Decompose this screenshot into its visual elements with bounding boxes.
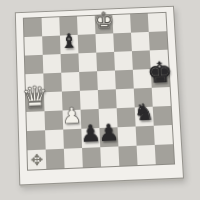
square-e8 xyxy=(95,15,114,34)
chess-board: ♚♝♚♛♟♞♟♟✥ xyxy=(15,6,184,186)
square-c5 xyxy=(61,72,80,92)
square-a1 xyxy=(27,150,46,170)
square-a4 xyxy=(26,92,45,112)
square-g5 xyxy=(133,69,152,89)
square-c6 xyxy=(61,53,80,72)
square-b8 xyxy=(42,17,60,36)
square-a8 xyxy=(24,18,42,37)
square-b3 xyxy=(44,110,63,130)
square-d6 xyxy=(78,53,97,72)
square-b1 xyxy=(46,149,65,169)
square-d2 xyxy=(81,128,100,148)
square-h7 xyxy=(149,31,168,50)
square-h6 xyxy=(150,50,169,69)
square-e4 xyxy=(98,89,117,109)
square-f5 xyxy=(115,70,134,90)
square-f1 xyxy=(118,146,137,166)
square-a3 xyxy=(26,111,45,131)
square-e7 xyxy=(95,33,114,52)
square-g8 xyxy=(130,14,149,33)
square-f2 xyxy=(118,126,137,146)
square-e3 xyxy=(99,108,118,128)
square-a5 xyxy=(25,73,44,93)
square-b2 xyxy=(45,130,64,150)
square-f6 xyxy=(114,51,133,70)
square-b6 xyxy=(43,54,61,73)
square-h3 xyxy=(153,106,172,126)
square-h8 xyxy=(148,13,167,32)
square-e5 xyxy=(97,71,116,91)
square-d4 xyxy=(80,90,99,110)
square-c3 xyxy=(63,110,82,130)
square-b4 xyxy=(44,92,63,112)
square-h5 xyxy=(151,68,170,88)
square-g6 xyxy=(132,50,151,69)
square-e1 xyxy=(100,146,119,166)
square-d3 xyxy=(81,109,100,129)
square-e2 xyxy=(99,127,118,147)
chessboard-photo: ♚♝♚♛♟♞♟♟✥ xyxy=(0,0,200,200)
square-c8 xyxy=(59,16,77,35)
square-h2 xyxy=(154,125,173,145)
square-d1 xyxy=(82,147,101,167)
square-g7 xyxy=(131,32,150,51)
board-grid: ♚♝♚♛♟♞♟♟✥ xyxy=(23,12,175,171)
square-c4 xyxy=(62,91,81,111)
square-c1 xyxy=(64,148,83,168)
square-c7 xyxy=(60,35,78,54)
square-g1 xyxy=(137,145,156,165)
square-f3 xyxy=(117,107,136,127)
square-a6 xyxy=(25,55,43,74)
square-g3 xyxy=(135,107,154,127)
square-b7 xyxy=(42,36,60,55)
square-a2 xyxy=(27,130,46,150)
square-h1 xyxy=(155,144,174,164)
square-f7 xyxy=(113,33,132,52)
square-d5 xyxy=(79,71,98,91)
square-e6 xyxy=(96,52,115,71)
square-c2 xyxy=(63,129,82,149)
square-h4 xyxy=(152,87,171,107)
square-g4 xyxy=(134,88,153,108)
square-f8 xyxy=(112,14,131,33)
square-a7 xyxy=(24,36,42,55)
square-g2 xyxy=(136,126,155,146)
square-b5 xyxy=(43,73,62,93)
square-d7 xyxy=(78,34,97,53)
square-d8 xyxy=(77,16,95,35)
square-f4 xyxy=(116,89,135,109)
